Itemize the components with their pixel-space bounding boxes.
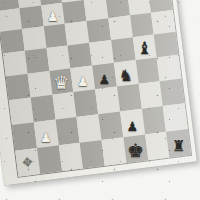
square-h6 xyxy=(151,10,175,35)
square-g6 xyxy=(130,13,154,38)
square-h1 xyxy=(166,129,191,158)
square-e1 xyxy=(101,137,126,166)
square-c3 xyxy=(52,92,77,120)
square-b1 xyxy=(37,145,62,174)
square-c6 xyxy=(43,24,67,49)
square-f5 xyxy=(111,37,135,63)
board-emblem: ✥ xyxy=(22,156,33,169)
square-h5 xyxy=(154,32,178,58)
chess-board: ✥ xyxy=(0,0,192,178)
square-b2 xyxy=(34,120,59,149)
square-d4 xyxy=(71,66,96,93)
square-d2 xyxy=(77,114,102,143)
square-f4 xyxy=(114,60,139,87)
square-h2 xyxy=(163,103,188,132)
square-e6 xyxy=(86,18,110,43)
square-a2 xyxy=(12,122,37,151)
square-e4 xyxy=(92,63,117,90)
square-a3 xyxy=(9,98,34,126)
square-g1 xyxy=(145,132,170,161)
square-c5 xyxy=(46,45,70,71)
square-b7 xyxy=(19,6,43,30)
square-a7 xyxy=(0,8,22,32)
square-a1: ✥ xyxy=(15,148,40,177)
square-d3 xyxy=(74,89,99,117)
square-c2 xyxy=(55,117,80,146)
square-d5 xyxy=(68,43,92,69)
square-f1 xyxy=(123,134,148,163)
square-f6 xyxy=(108,15,132,40)
square-c1 xyxy=(58,143,83,172)
square-e2 xyxy=(98,111,123,140)
square-f2 xyxy=(120,109,145,138)
square-e5 xyxy=(89,40,113,66)
square-a5 xyxy=(3,51,27,77)
chessboard-photo: CHESS ✥ ♟♛♟♟♟♞♝♟♚♜ xyxy=(0,0,200,200)
square-f3 xyxy=(117,84,142,112)
square-e3 xyxy=(95,87,120,115)
square-h3 xyxy=(160,78,185,106)
square-g4 xyxy=(135,57,160,84)
square-d6 xyxy=(65,21,89,46)
square-d1 xyxy=(80,140,105,169)
square-d7 xyxy=(62,0,86,24)
chess-board-frame: CHESS ✥ xyxy=(0,0,197,185)
square-a6 xyxy=(0,29,24,54)
square-g3 xyxy=(138,81,163,109)
square-b5 xyxy=(24,48,48,74)
square-g5 xyxy=(132,35,156,61)
square-c7 xyxy=(41,3,65,27)
square-b6 xyxy=(22,26,46,51)
square-c4 xyxy=(49,68,74,95)
square-g2 xyxy=(141,106,166,135)
square-h4 xyxy=(157,55,182,82)
square-b4 xyxy=(27,71,52,98)
square-b3 xyxy=(30,95,55,123)
square-a4 xyxy=(6,74,31,101)
